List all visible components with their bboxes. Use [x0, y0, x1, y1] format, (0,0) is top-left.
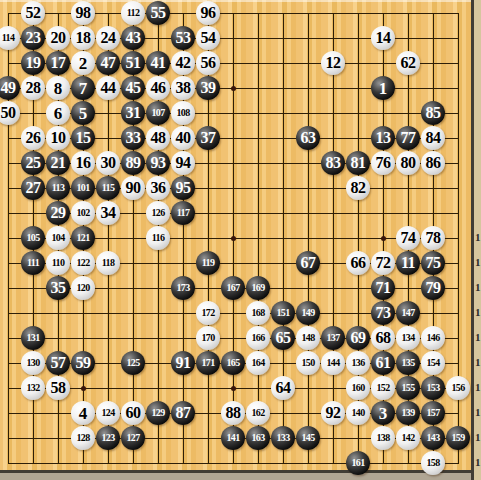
stone-31: 31 — [121, 101, 145, 125]
stone-27: 27 — [21, 176, 45, 200]
right-coordinate-partial: 1 — [475, 356, 481, 368]
stone-170: 170 — [196, 326, 220, 350]
stone-15: 15 — [71, 126, 95, 150]
stone-167: 167 — [221, 276, 245, 300]
stone-47: 47 — [96, 51, 120, 75]
stone-146: 146 — [421, 326, 445, 350]
stone-139: 139 — [396, 401, 420, 425]
stone-33: 33 — [121, 126, 145, 150]
stone-28: 28 — [21, 76, 45, 100]
stone-111: 111 — [21, 251, 45, 275]
stone-66: 66 — [346, 251, 370, 275]
stone-24: 24 — [96, 26, 120, 50]
stone-4: 4 — [71, 401, 95, 425]
stone-116: 116 — [146, 226, 170, 250]
stone-49: 49 — [0, 76, 20, 100]
stone-115: 115 — [96, 176, 120, 200]
stone-76: 76 — [371, 151, 395, 175]
stone-14: 14 — [371, 26, 395, 50]
stone-101: 101 — [71, 176, 95, 200]
stone-153: 153 — [421, 376, 445, 400]
stone-104: 104 — [46, 226, 70, 250]
stone-134: 134 — [396, 326, 420, 350]
stone-94: 94 — [171, 151, 195, 175]
stone-45: 45 — [121, 76, 145, 100]
stone-141: 141 — [221, 426, 245, 450]
stone-136: 136 — [346, 351, 370, 375]
stone-81: 81 — [346, 151, 370, 175]
stone-127: 127 — [121, 426, 145, 450]
stone-123: 123 — [96, 426, 120, 450]
right-coordinate-partial: 1 — [475, 431, 481, 443]
stone-20: 20 — [46, 26, 70, 50]
stone-42: 42 — [171, 51, 195, 75]
stone-48: 48 — [146, 126, 170, 150]
right-coordinate-partial: 1 — [475, 256, 481, 268]
stone-83: 83 — [321, 151, 345, 175]
stone-155: 155 — [396, 376, 420, 400]
stone-35: 35 — [46, 276, 70, 300]
stone-3: 3 — [371, 401, 395, 425]
stone-86: 86 — [421, 151, 445, 175]
stone-53: 53 — [171, 26, 195, 50]
stone-145: 145 — [296, 426, 320, 450]
stone-17: 17 — [46, 51, 70, 75]
stone-51: 51 — [121, 51, 145, 75]
stone-30: 30 — [96, 151, 120, 175]
right-coordinate-partial: 1 — [475, 306, 481, 318]
stone-6: 6 — [46, 101, 70, 125]
stone-78: 78 — [421, 226, 445, 250]
stone-57: 57 — [46, 351, 70, 375]
stone-159: 159 — [446, 426, 470, 450]
stone-120: 120 — [71, 276, 95, 300]
stone-169: 169 — [246, 276, 270, 300]
stone-68: 68 — [371, 326, 395, 350]
stone-50: 50 — [0, 101, 20, 125]
stone-85: 85 — [421, 101, 445, 125]
stone-96: 96 — [196, 1, 220, 25]
stone-39: 39 — [196, 76, 220, 100]
stone-84: 84 — [421, 126, 445, 150]
stone-23: 23 — [21, 26, 45, 50]
stone-64: 64 — [271, 376, 295, 400]
stone-7: 7 — [71, 76, 95, 100]
stone-138: 138 — [371, 426, 395, 450]
stone-12: 12 — [321, 51, 345, 75]
stone-156: 156 — [446, 376, 470, 400]
right-coordinate-partial: 1 — [475, 381, 481, 393]
stone-90: 90 — [121, 176, 145, 200]
stone-69: 69 — [346, 326, 370, 350]
stone-38: 38 — [171, 76, 195, 100]
right-coordinate-partial: 1 — [475, 456, 481, 468]
stone-161: 161 — [346, 451, 370, 475]
stone-125: 125 — [121, 351, 145, 375]
stone-151: 151 — [271, 301, 295, 325]
stone-152: 152 — [371, 376, 395, 400]
stone-163: 163 — [246, 426, 270, 450]
stone-147: 147 — [396, 301, 420, 325]
stone-2: 2 — [71, 51, 95, 75]
stone-8: 8 — [46, 76, 70, 100]
stone-71: 71 — [371, 276, 395, 300]
stone-164: 164 — [246, 351, 270, 375]
stone-79: 79 — [421, 276, 445, 300]
stone-75: 75 — [421, 251, 445, 275]
stone-149: 149 — [296, 301, 320, 325]
stone-52: 52 — [21, 1, 45, 25]
stone-88: 88 — [221, 401, 245, 425]
stone-118: 118 — [96, 251, 120, 275]
stone-126: 126 — [146, 201, 170, 225]
stone-65: 65 — [271, 326, 295, 350]
stone-150: 150 — [296, 351, 320, 375]
stone-113: 113 — [46, 176, 70, 200]
stone-82: 82 — [346, 176, 370, 200]
stone-19: 19 — [21, 51, 45, 75]
stone-40: 40 — [171, 126, 195, 150]
stone-25: 25 — [21, 151, 45, 175]
stone-1: 1 — [371, 76, 395, 100]
stone-26: 26 — [21, 126, 45, 150]
stone-114: 114 — [0, 26, 20, 50]
stone-11: 11 — [396, 251, 420, 275]
right-coordinate-partial: 1 — [475, 331, 481, 343]
stone-107: 107 — [146, 101, 170, 125]
stone-44: 44 — [96, 76, 120, 100]
stone-131: 131 — [21, 326, 45, 350]
goban-stones: 5298112559611423201824435354141917247514… — [0, 1, 471, 476]
stone-154: 154 — [421, 351, 445, 375]
stone-121: 121 — [71, 226, 95, 250]
stone-41: 41 — [146, 51, 170, 75]
stone-29: 29 — [46, 201, 70, 225]
stone-43: 43 — [121, 26, 145, 50]
stone-166: 166 — [246, 326, 270, 350]
stone-62: 62 — [396, 51, 420, 75]
stone-10: 10 — [46, 126, 70, 150]
stone-140: 140 — [346, 401, 370, 425]
stone-91: 91 — [171, 351, 195, 375]
stone-133: 133 — [271, 426, 295, 450]
right-coordinate-partial: 1 — [475, 406, 481, 418]
right-coordinate-partial: 1 — [475, 281, 481, 293]
stone-61: 61 — [371, 351, 395, 375]
stone-13: 13 — [371, 126, 395, 150]
stone-128: 128 — [71, 426, 95, 450]
stone-148: 148 — [296, 326, 320, 350]
stone-162: 162 — [246, 401, 270, 425]
stone-142: 142 — [396, 426, 420, 450]
stone-108: 108 — [171, 101, 195, 125]
stone-63: 63 — [296, 126, 320, 150]
stone-72: 72 — [371, 251, 395, 275]
right-coordinate-partial: 1 — [475, 231, 481, 243]
board-edge-strip-bottom — [0, 473, 481, 480]
stone-54: 54 — [196, 26, 220, 50]
stone-173: 173 — [171, 276, 195, 300]
stone-160: 160 — [346, 376, 370, 400]
stone-93: 93 — [146, 151, 170, 175]
stone-95: 95 — [171, 176, 195, 200]
stone-89: 89 — [121, 151, 145, 175]
stone-5: 5 — [71, 101, 95, 125]
stone-102: 102 — [71, 201, 95, 225]
stone-165: 165 — [221, 351, 245, 375]
stone-74: 74 — [396, 226, 420, 250]
stone-67: 67 — [296, 251, 320, 275]
stone-110: 110 — [46, 251, 70, 275]
stone-105: 105 — [21, 226, 45, 250]
stone-55: 55 — [146, 1, 170, 25]
stone-58: 58 — [46, 376, 70, 400]
stone-168: 168 — [246, 301, 270, 325]
go-kifu-diagram: 5298112559611423201824435354141917247514… — [0, 0, 481, 480]
stone-144: 144 — [321, 351, 345, 375]
stone-119: 119 — [196, 251, 220, 275]
stone-37: 37 — [196, 126, 220, 150]
stone-77: 77 — [396, 126, 420, 150]
stone-60: 60 — [121, 401, 145, 425]
stone-171: 171 — [196, 351, 220, 375]
stone-46: 46 — [146, 76, 170, 100]
stone-59: 59 — [71, 351, 95, 375]
stone-137: 137 — [321, 326, 345, 350]
stone-56: 56 — [196, 51, 220, 75]
stone-157: 157 — [421, 401, 445, 425]
stone-122: 122 — [71, 251, 95, 275]
stone-112: 112 — [121, 1, 145, 25]
stone-130: 130 — [21, 351, 45, 375]
stone-21: 21 — [46, 151, 70, 175]
stone-16: 16 — [71, 151, 95, 175]
stone-36: 36 — [146, 176, 170, 200]
stone-80: 80 — [396, 151, 420, 175]
stone-129: 129 — [146, 401, 170, 425]
stone-143: 143 — [421, 426, 445, 450]
stone-117: 117 — [171, 201, 195, 225]
stone-18: 18 — [71, 26, 95, 50]
stone-98: 98 — [71, 1, 95, 25]
stone-172: 172 — [196, 301, 220, 325]
stone-73: 73 — [371, 301, 395, 325]
stone-132: 132 — [21, 376, 45, 400]
stone-87: 87 — [171, 401, 195, 425]
stone-135: 135 — [396, 351, 420, 375]
stone-124: 124 — [96, 401, 120, 425]
stone-158: 158 — [421, 451, 445, 475]
stone-92: 92 — [321, 401, 345, 425]
stone-34: 34 — [96, 201, 120, 225]
